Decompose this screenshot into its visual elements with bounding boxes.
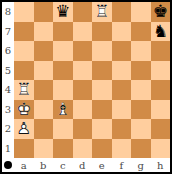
square-g3[interactable] (131, 100, 151, 120)
side-to-move-cell (2, 158, 14, 172)
square-d3[interactable] (73, 100, 93, 120)
file-label-d: d (73, 158, 93, 172)
chess-board-diagram: 87654321 ♛♜♖♚♞♜♖♚♔♝♗♟♙ abcdefgh (0, 0, 172, 174)
file-label-h: h (151, 158, 171, 172)
square-a1[interactable] (14, 139, 34, 159)
square-d2[interactable] (73, 119, 93, 139)
square-c3[interactable]: ♝♗ (53, 100, 73, 120)
square-a7[interactable] (14, 22, 34, 42)
file-label-b: b (34, 158, 54, 172)
square-c5[interactable] (53, 61, 73, 81)
square-d6[interactable] (73, 41, 93, 61)
square-d1[interactable] (73, 139, 93, 159)
square-e2[interactable] (92, 119, 112, 139)
square-g6[interactable] (131, 41, 151, 61)
square-d4[interactable] (73, 80, 93, 100)
piece-black-king: ♚ (151, 2, 171, 22)
file-label-g: g (131, 158, 151, 172)
square-b4[interactable] (34, 80, 54, 100)
square-e8[interactable]: ♜♖ (92, 2, 112, 22)
square-e7[interactable] (92, 22, 112, 42)
square-b7[interactable] (34, 22, 54, 42)
piece-white-bishop: ♗ (53, 100, 73, 120)
square-e5[interactable] (92, 61, 112, 81)
square-b5[interactable] (34, 61, 54, 81)
square-f6[interactable] (112, 41, 132, 61)
square-e1[interactable] (92, 139, 112, 159)
square-g5[interactable] (131, 61, 151, 81)
piece-white-rook: ♖ (14, 80, 34, 100)
rank-labels: 87654321 (2, 2, 14, 158)
square-h3[interactable] (151, 100, 171, 120)
square-a8[interactable] (14, 2, 34, 22)
square-f4[interactable] (112, 80, 132, 100)
square-d5[interactable] (73, 61, 93, 81)
rank-label-6: 6 (2, 41, 14, 61)
file-label-f: f (112, 158, 132, 172)
square-f8[interactable] (112, 2, 132, 22)
square-g4[interactable] (131, 80, 151, 100)
square-b1[interactable] (34, 139, 54, 159)
square-d8[interactable] (73, 2, 93, 22)
file-label-c: c (53, 158, 73, 172)
square-h4[interactable] (151, 80, 171, 100)
square-d7[interactable] (73, 22, 93, 42)
square-a4[interactable]: ♜♖ (14, 80, 34, 100)
square-h7[interactable]: ♞ (151, 22, 171, 42)
rank-label-4: 4 (2, 80, 14, 100)
square-c6[interactable] (53, 41, 73, 61)
square-h8[interactable]: ♚ (151, 2, 171, 22)
square-h1[interactable] (151, 139, 171, 159)
square-c2[interactable] (53, 119, 73, 139)
square-a6[interactable] (14, 41, 34, 61)
square-e4[interactable] (92, 80, 112, 100)
square-h5[interactable] (151, 61, 171, 81)
piece-white-pawn: ♙ (14, 119, 34, 139)
square-e3[interactable] (92, 100, 112, 120)
piece-white-pawn-fill: ♟ (14, 119, 34, 139)
square-c8[interactable]: ♛ (53, 2, 73, 22)
square-f7[interactable] (112, 22, 132, 42)
piece-white-bishop-fill: ♝ (53, 100, 73, 120)
rank-label-3: 3 (2, 100, 14, 120)
piece-white-king: ♔ (14, 100, 34, 120)
square-f2[interactable] (112, 119, 132, 139)
square-b3[interactable] (34, 100, 54, 120)
side-to-move-indicator (4, 161, 12, 169)
square-f5[interactable] (112, 61, 132, 81)
square-g2[interactable] (131, 119, 151, 139)
rank-label-7: 7 (2, 22, 14, 42)
piece-black-knight: ♞ (151, 22, 171, 42)
piece-black-queen: ♛ (53, 2, 73, 22)
square-g8[interactable] (131, 2, 151, 22)
piece-white-rook-fill: ♜ (92, 2, 112, 22)
piece-white-king-fill: ♚ (14, 100, 34, 120)
square-f3[interactable] (112, 100, 132, 120)
square-g1[interactable] (131, 139, 151, 159)
rank-label-2: 2 (2, 119, 14, 139)
square-b6[interactable] (34, 41, 54, 61)
square-c7[interactable] (53, 22, 73, 42)
square-a2[interactable]: ♟♙ (14, 119, 34, 139)
square-g7[interactable] (131, 22, 151, 42)
board: ♛♜♖♚♞♜♖♚♔♝♗♟♙ (14, 2, 170, 158)
rank-label-1: 1 (2, 139, 14, 159)
square-a5[interactable] (14, 61, 34, 81)
piece-white-rook-fill: ♜ (14, 80, 34, 100)
rank-label-5: 5 (2, 61, 14, 81)
square-e6[interactable] (92, 41, 112, 61)
square-b2[interactable] (34, 119, 54, 139)
file-labels: abcdefgh (14, 158, 170, 172)
square-h2[interactable] (151, 119, 171, 139)
square-a3[interactable]: ♚♔ (14, 100, 34, 120)
square-c1[interactable] (53, 139, 73, 159)
file-label-e: e (92, 158, 112, 172)
square-h6[interactable] (151, 41, 171, 61)
piece-white-rook: ♖ (92, 2, 112, 22)
rank-label-8: 8 (2, 2, 14, 22)
file-label-a: a (14, 158, 34, 172)
square-c4[interactable] (53, 80, 73, 100)
square-f1[interactable] (112, 139, 132, 159)
square-b8[interactable] (34, 2, 54, 22)
